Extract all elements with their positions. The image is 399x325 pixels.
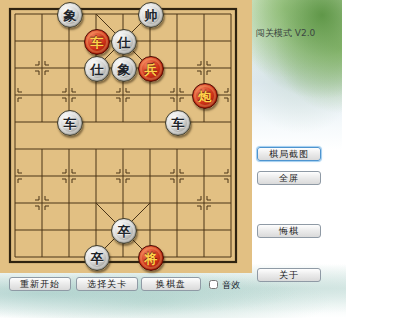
piece-silver-象[interactable]: 象 bbox=[57, 2, 83, 28]
piece-silver-卒[interactable]: 卒 bbox=[111, 218, 137, 244]
piece-silver-卒[interactable]: 卒 bbox=[84, 245, 110, 271]
change-board-button[interactable]: 换棋盘 bbox=[141, 277, 201, 291]
piece-silver-仕[interactable]: 仕 bbox=[111, 29, 137, 55]
leafy-background bbox=[251, 0, 342, 150]
restart-button[interactable]: 重新开始 bbox=[9, 277, 71, 291]
sound-label: 音效 bbox=[222, 279, 240, 292]
piece-silver-仕[interactable]: 仕 bbox=[84, 56, 110, 82]
piece-silver-象[interactable]: 象 bbox=[111, 56, 137, 82]
app-window: 象帅车仕仕象兵炮车车卒卒将 闯关模式 V2.0 棋局截图 全屏 悔棋 关于 重新… bbox=[0, 0, 399, 325]
piece-red-车[interactable]: 车 bbox=[84, 29, 110, 55]
piece-silver-车[interactable]: 车 bbox=[57, 110, 83, 136]
screenshot-button[interactable]: 棋局截图 bbox=[257, 147, 321, 161]
sound-checkbox[interactable] bbox=[209, 280, 218, 289]
piece-red-兵[interactable]: 兵 bbox=[138, 56, 164, 82]
select-level-button[interactable]: 选择关卡 bbox=[76, 277, 138, 291]
piece-red-炮[interactable]: 炮 bbox=[192, 83, 218, 109]
piece-silver-帅[interactable]: 帅 bbox=[138, 2, 164, 28]
undo-move-button[interactable]: 悔棋 bbox=[257, 224, 321, 238]
mode-title: 闯关模式 V2.0 bbox=[256, 27, 315, 40]
piece-silver-车[interactable]: 车 bbox=[165, 110, 191, 136]
about-button[interactable]: 关于 bbox=[257, 268, 321, 282]
fullscreen-button[interactable]: 全屏 bbox=[257, 171, 321, 185]
xiangqi-board[interactable]: 象帅车仕仕象兵炮车车卒卒将 bbox=[0, 0, 252, 273]
piece-red-将[interactable]: 将 bbox=[138, 245, 164, 271]
